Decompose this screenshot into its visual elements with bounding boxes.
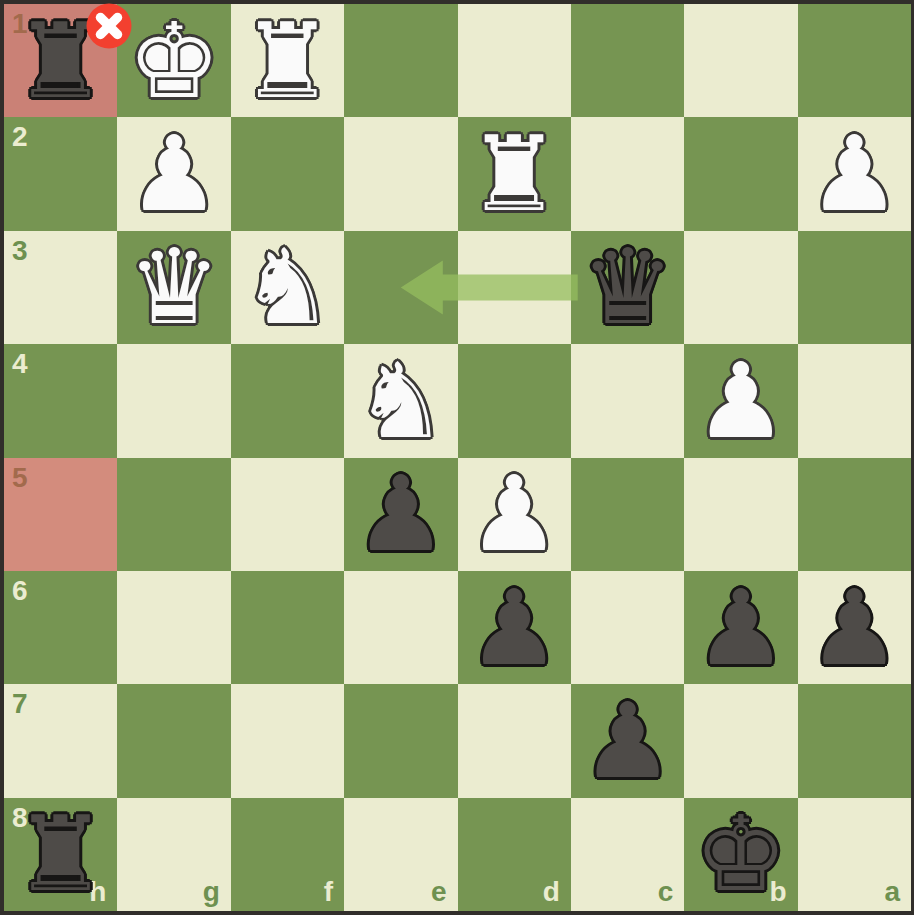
square-b3[interactable] [684, 231, 797, 344]
square-h4[interactable]: 4 [4, 344, 117, 457]
square-f2[interactable] [231, 117, 344, 230]
square-e8[interactable]: e [344, 798, 457, 911]
rank-label-7: 7 [12, 690, 28, 718]
square-b8[interactable]: b♚ [684, 798, 797, 911]
square-a4[interactable] [798, 344, 911, 457]
square-f8[interactable]: f [231, 798, 344, 911]
square-e4[interactable]: ♞ [344, 344, 457, 457]
square-h3[interactable]: 3 [4, 231, 117, 344]
white-pawn[interactable]: ♟ [684, 344, 797, 457]
file-label-f: f [324, 878, 333, 906]
file-label-a: a [884, 878, 900, 906]
square-a3[interactable] [798, 231, 911, 344]
black-king[interactable]: ♚ [684, 798, 797, 911]
black-pawn[interactable]: ♟ [798, 571, 911, 684]
square-a8[interactable]: a [798, 798, 911, 911]
square-d8[interactable]: d [458, 798, 571, 911]
white-pawn[interactable]: ♟ [117, 117, 230, 230]
square-c1[interactable] [571, 4, 684, 117]
chess-board: 1♜♚♜2♟♜♟3♛♞♛4♞♟5♟♟6♟♟♟7♟8h♜gfedcb♚a [4, 4, 911, 911]
black-pawn[interactable]: ♟ [684, 571, 797, 684]
white-knight[interactable]: ♞ [344, 344, 457, 457]
square-h5[interactable]: 5 [4, 458, 117, 571]
square-e1[interactable] [344, 4, 457, 117]
white-queen[interactable]: ♛ [117, 231, 230, 344]
square-g4[interactable] [117, 344, 230, 457]
square-d3[interactable] [458, 231, 571, 344]
rank-label-4: 4 [12, 350, 28, 378]
square-c8[interactable]: c [571, 798, 684, 911]
file-label-e: e [431, 878, 447, 906]
square-e5[interactable]: ♟ [344, 458, 457, 571]
black-queen[interactable]: ♛ [571, 231, 684, 344]
rank-label-2: 2 [12, 123, 28, 151]
square-f5[interactable] [231, 458, 344, 571]
square-b1[interactable] [684, 4, 797, 117]
square-c6[interactable] [571, 571, 684, 684]
square-h6[interactable]: 6 [4, 571, 117, 684]
square-a2[interactable]: ♟ [798, 117, 911, 230]
square-f4[interactable] [231, 344, 344, 457]
file-label-d: d [543, 878, 560, 906]
square-c7[interactable]: ♟ [571, 684, 684, 797]
white-pawn[interactable]: ♟ [798, 117, 911, 230]
square-c3[interactable]: ♛ [571, 231, 684, 344]
square-f3[interactable]: ♞ [231, 231, 344, 344]
file-label-g: g [203, 878, 220, 906]
white-pawn[interactable]: ♟ [458, 458, 571, 571]
square-h2[interactable]: 2 [4, 117, 117, 230]
square-f1[interactable]: ♜ [231, 4, 344, 117]
square-e6[interactable] [344, 571, 457, 684]
square-a1[interactable] [798, 4, 911, 117]
rank-label-5: 5 [12, 464, 28, 492]
square-c2[interactable] [571, 117, 684, 230]
square-g3[interactable]: ♛ [117, 231, 230, 344]
square-d5[interactable]: ♟ [458, 458, 571, 571]
square-e3[interactable] [344, 231, 457, 344]
square-b6[interactable]: ♟ [684, 571, 797, 684]
square-d4[interactable] [458, 344, 571, 457]
square-e7[interactable] [344, 684, 457, 797]
white-rook[interactable]: ♜ [231, 4, 344, 117]
square-c4[interactable] [571, 344, 684, 457]
square-h7[interactable]: 7 [4, 684, 117, 797]
square-a5[interactable] [798, 458, 911, 571]
square-f7[interactable] [231, 684, 344, 797]
file-label-c: c [658, 878, 674, 906]
square-g8[interactable]: g [117, 798, 230, 911]
square-h1[interactable]: 1♜ [4, 4, 117, 117]
square-g6[interactable] [117, 571, 230, 684]
square-b4[interactable]: ♟ [684, 344, 797, 457]
square-g7[interactable] [117, 684, 230, 797]
black-rook[interactable]: ♜ [4, 798, 117, 911]
square-c5[interactable] [571, 458, 684, 571]
black-pawn[interactable]: ♟ [344, 458, 457, 571]
square-a7[interactable] [798, 684, 911, 797]
white-rook[interactable]: ♜ [458, 117, 571, 230]
square-g2[interactable]: ♟ [117, 117, 230, 230]
square-d6[interactable]: ♟ [458, 571, 571, 684]
square-b2[interactable] [684, 117, 797, 230]
white-knight[interactable]: ♞ [231, 231, 344, 344]
square-g5[interactable] [117, 458, 230, 571]
square-h8[interactable]: 8h♜ [4, 798, 117, 911]
chess-board-screenshot: 1♜♚♜2♟♜♟3♛♞♛4♞♟5♟♟6♟♟♟7♟8h♜gfedcb♚a [0, 0, 914, 915]
rank-label-6: 6 [12, 577, 28, 605]
black-pawn[interactable]: ♟ [571, 684, 684, 797]
square-d1[interactable] [458, 4, 571, 117]
square-d7[interactable] [458, 684, 571, 797]
square-b5[interactable] [684, 458, 797, 571]
square-d2[interactable]: ♜ [458, 117, 571, 230]
rank-label-3: 3 [12, 237, 28, 265]
black-rook[interactable]: ♜ [4, 4, 117, 117]
square-f6[interactable] [231, 571, 344, 684]
black-pawn[interactable]: ♟ [458, 571, 571, 684]
square-b7[interactable] [684, 684, 797, 797]
square-e2[interactable] [344, 117, 457, 230]
white-king[interactable]: ♚ [117, 4, 230, 117]
square-a6[interactable]: ♟ [798, 571, 911, 684]
square-g1[interactable]: ♚ [117, 4, 230, 117]
